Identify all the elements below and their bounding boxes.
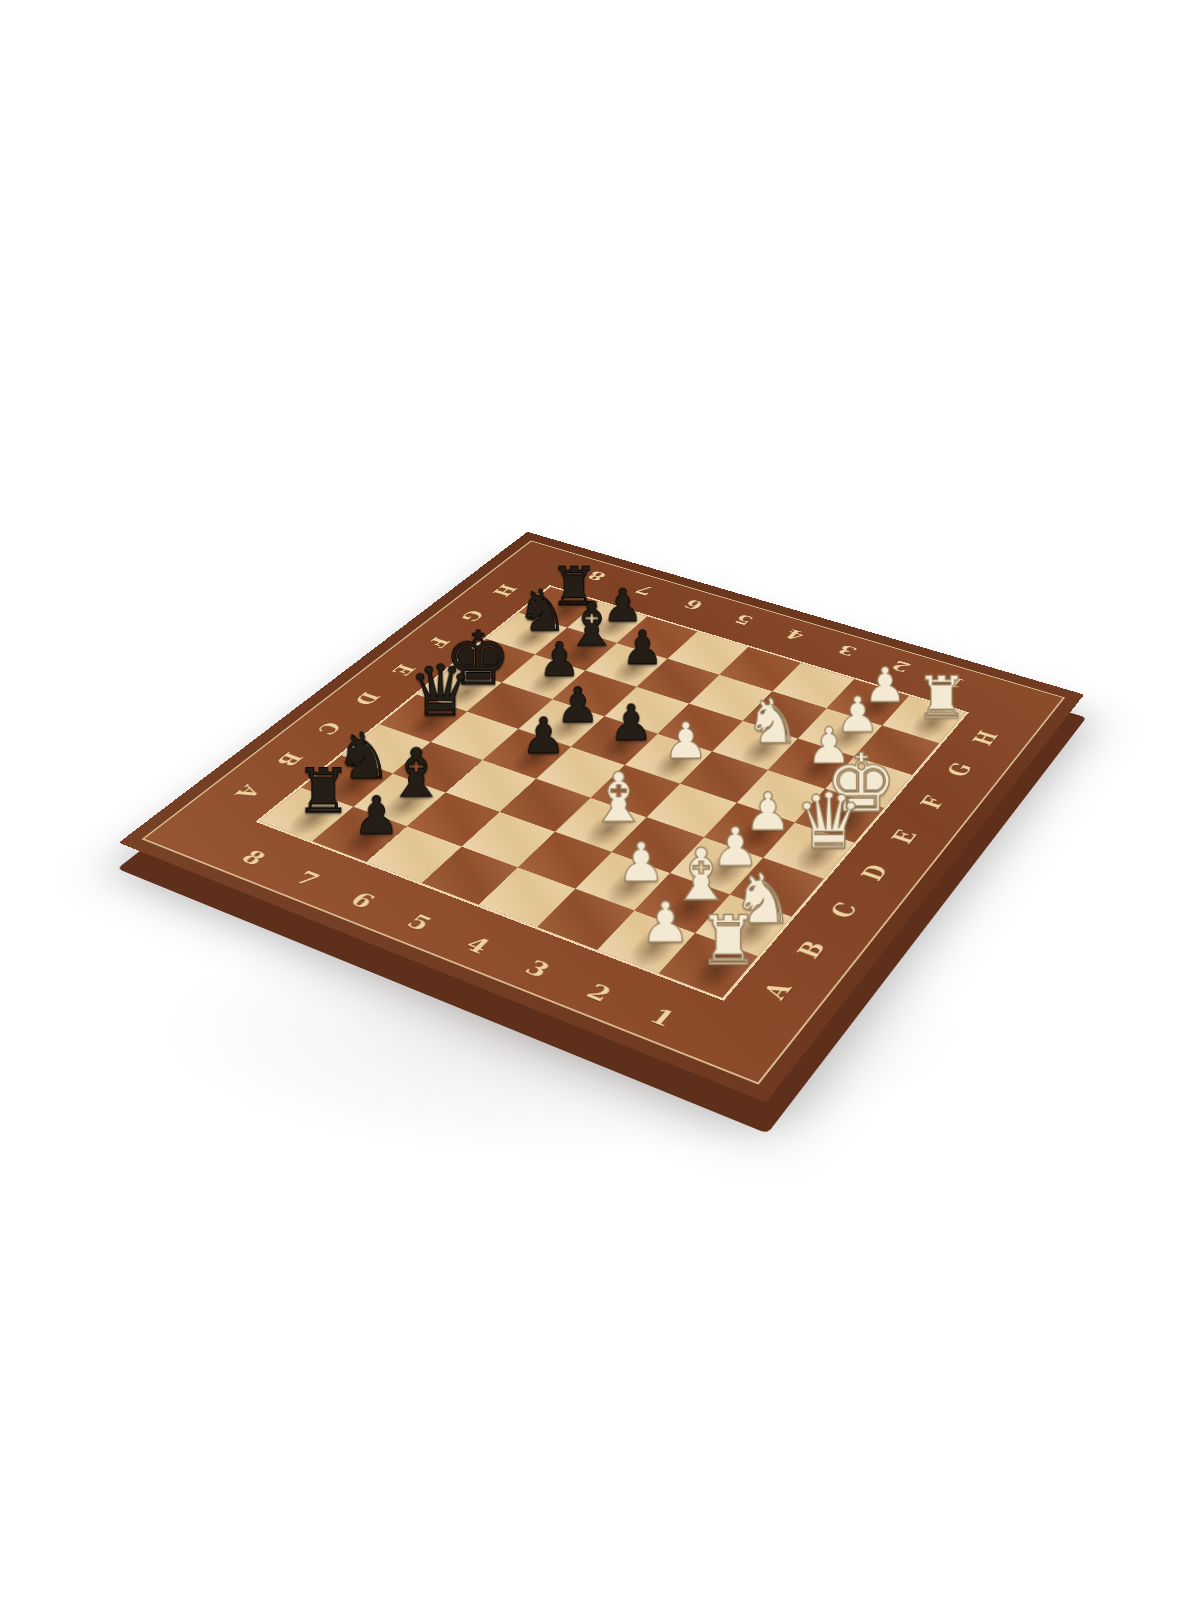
playing-area: ♜♞♛♚♞♜♟♝♟♝♟♟♟♟♟♝♟♟♞♟♝♟♟♟♟♟♜♞♛♚♜ xyxy=(255,585,969,1001)
label-rank-5-hfile: 5 xyxy=(706,600,782,639)
piece-shadow xyxy=(784,831,850,880)
piece-shadow xyxy=(818,715,879,757)
label-rank-6-hfile: 6 xyxy=(656,586,731,624)
piece-shadow xyxy=(902,703,961,744)
label-rank-8-hfile: 8 xyxy=(560,558,634,594)
square-e4: ♟ xyxy=(625,734,712,784)
square-c7 xyxy=(393,742,483,793)
label-rank-2-afile: 2 xyxy=(550,962,648,1025)
label-rank-7-afile: 7 xyxy=(260,852,354,907)
product-photo-page: { "game": { "name": "chess", "scene": "w… xyxy=(0,0,1200,1600)
label-rank-4-hfile: 4 xyxy=(757,615,834,655)
label-file-a-far: A xyxy=(204,767,292,817)
label-rank-2-hfile: 2 xyxy=(862,646,940,687)
square-f1 xyxy=(825,756,912,808)
label-rank-1-afile: 1 xyxy=(613,986,712,1051)
label-rank-3-hfile: 3 xyxy=(809,630,886,671)
piece-shadow xyxy=(371,781,441,827)
label-rank-5-afile: 5 xyxy=(371,894,466,952)
perspective-wrapper: ♜♞♛♚♞♜♟♝♟♝♟♟♟♟♟♝♟♟♞♟♝♟♟♟♟♟♜♞♛♚♜ AA11BB22… xyxy=(275,415,975,1115)
label-rank-1-hfile: 1 xyxy=(917,662,995,704)
label-rank-7-hfile: 7 xyxy=(607,572,682,609)
label-rank-3-afile: 3 xyxy=(489,939,586,1000)
label-rank-4-afile: 4 xyxy=(429,916,525,975)
label-rank-6-afile: 6 xyxy=(315,873,409,929)
label-rank-8-afile: 8 xyxy=(207,831,300,884)
